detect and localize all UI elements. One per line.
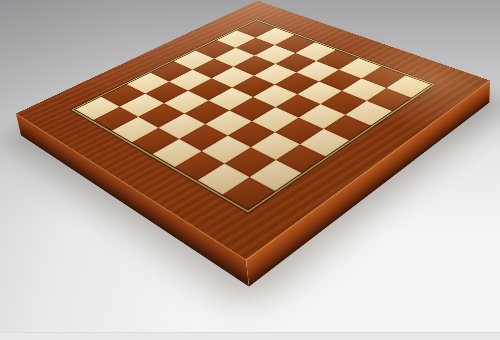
board-square[interactable]	[153, 139, 202, 167]
board-square[interactable]	[323, 114, 371, 140]
board-square[interactable]	[251, 132, 300, 160]
board-square[interactable]	[180, 124, 228, 151]
board-square[interactable]	[366, 88, 412, 111]
board-square[interactable]	[275, 94, 321, 118]
board-square[interactable]	[222, 177, 275, 210]
board-square[interactable]	[345, 101, 392, 126]
board-square[interactable]	[275, 144, 325, 173]
board-square[interactable]	[299, 104, 346, 129]
board-square[interactable]	[139, 103, 185, 127]
board-square[interactable]	[202, 135, 251, 163]
board-square[interactable]	[250, 160, 302, 191]
board-square[interactable]	[275, 118, 323, 144]
scene	[0, 0, 500, 340]
board-square[interactable]	[300, 129, 349, 157]
board-square[interactable]	[227, 121, 275, 147]
board-square[interactable]	[230, 97, 276, 121]
board-square[interactable]	[174, 151, 224, 181]
board-square[interactable]	[93, 106, 139, 130]
board-square[interactable]	[252, 107, 299, 132]
board-square[interactable]	[321, 91, 367, 115]
board-frame	[16, 0, 490, 259]
board-square[interactable]	[205, 110, 252, 135]
board-square[interactable]	[198, 163, 250, 194]
board-square[interactable]	[159, 113, 206, 138]
board-square[interactable]	[112, 117, 159, 142]
board-square[interactable]	[225, 147, 275, 176]
board-square[interactable]	[132, 127, 180, 154]
photo-backdrop	[0, 0, 500, 340]
board-square[interactable]	[184, 100, 230, 124]
chess-board	[16, 0, 490, 259]
